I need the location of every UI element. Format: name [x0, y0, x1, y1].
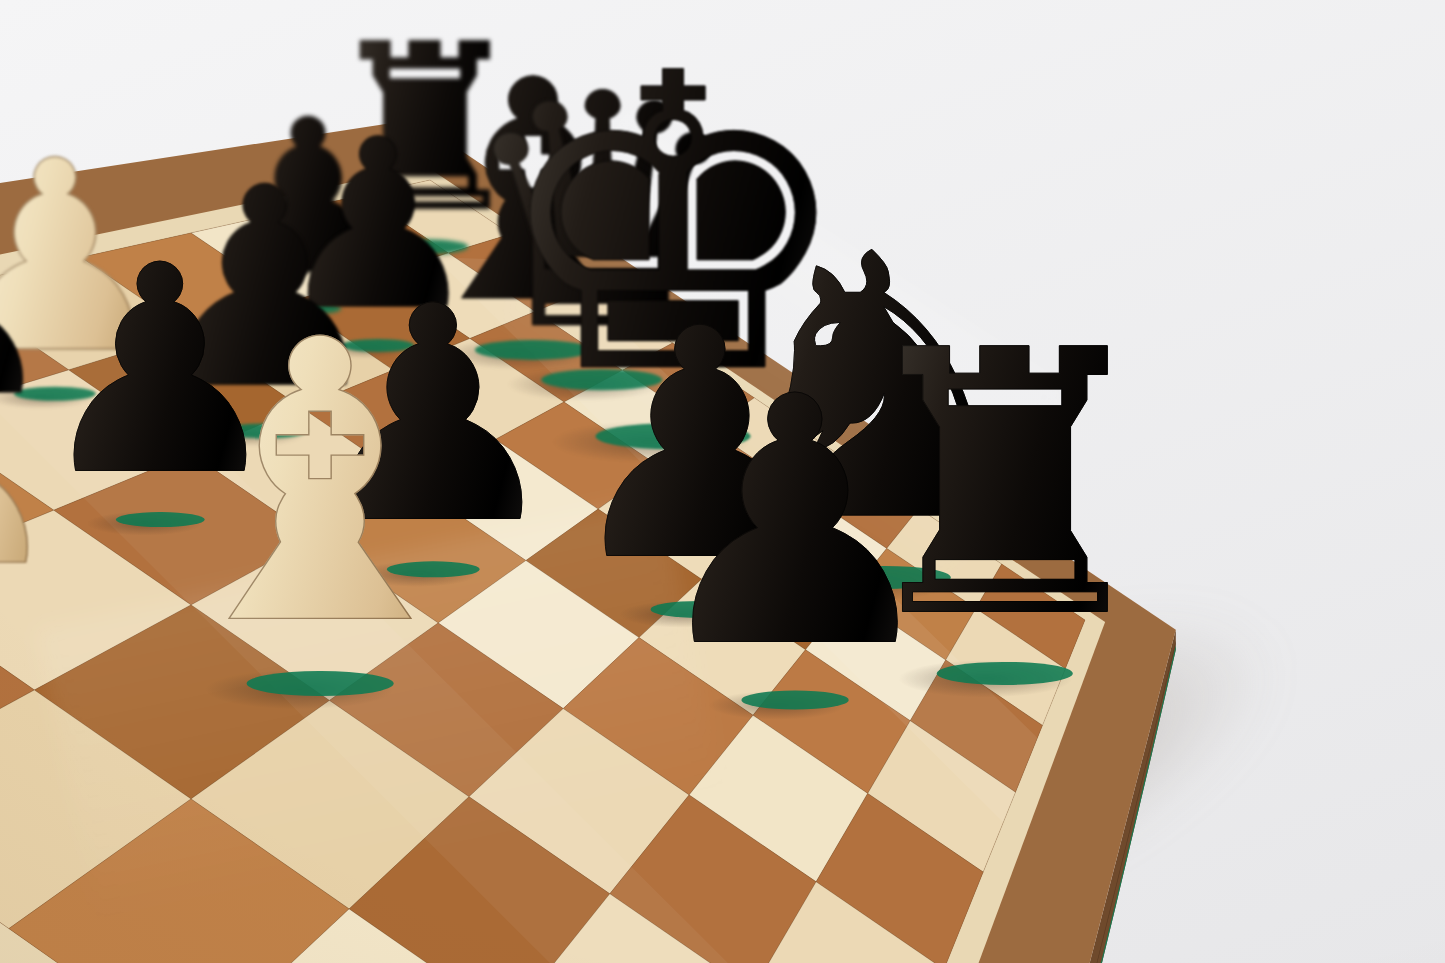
chess-board — [0, 0, 1445, 963]
photo-stage: ♜♟♟♝♛♟♟♚♟♟♞♟♜♝♟♟♟ — [0, 0, 1445, 963]
